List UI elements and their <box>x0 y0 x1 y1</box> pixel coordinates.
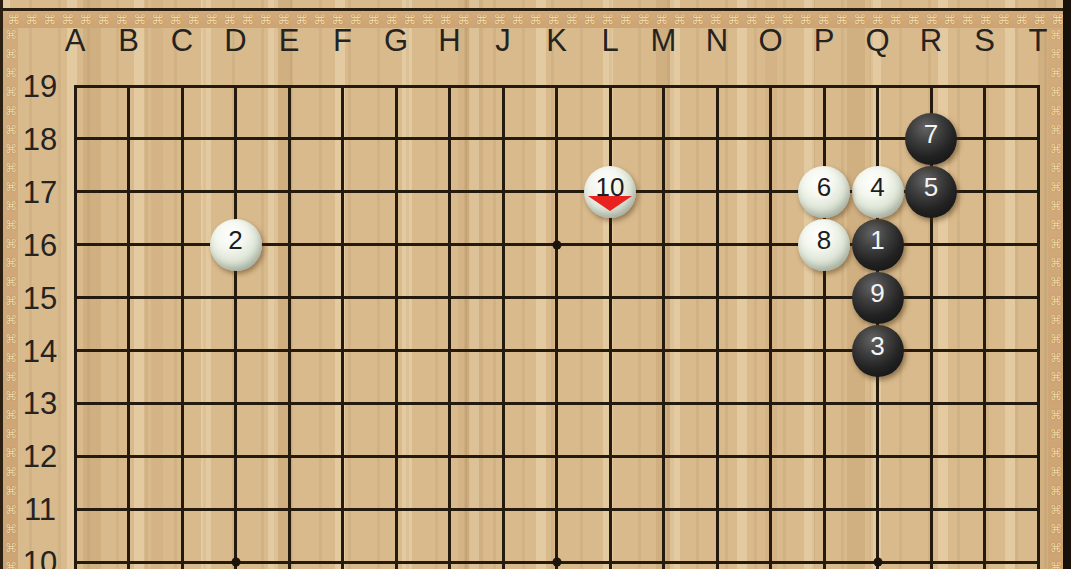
row-label-12: 12 <box>23 441 57 472</box>
grid-line-col-A <box>74 85 77 569</box>
col-label-T: T <box>1029 25 1048 56</box>
last-move-marker <box>588 196 632 211</box>
meander-border-left: ⌘⌘⌘⌘⌘⌘⌘⌘⌘⌘⌘⌘⌘⌘⌘⌘⌘⌘⌘⌘⌘⌘⌘⌘⌘⌘⌘⌘⌘⌘⌘⌘⌘⌘⌘⌘⌘⌘⌘⌘… <box>3 28 18 569</box>
board-frame-line-left <box>0 0 3 569</box>
col-label-G: G <box>384 25 408 56</box>
col-label-C: C <box>171 25 193 56</box>
stone-number: 8 <box>817 227 831 253</box>
stone-number: 2 <box>228 227 242 253</box>
grid-line-row-13 <box>74 402 1040 405</box>
col-label-H: H <box>438 25 460 56</box>
star-point-D10 <box>231 558 240 567</box>
row-label-15: 15 <box>23 282 57 313</box>
col-label-S: S <box>974 25 995 56</box>
row-label-14: 14 <box>23 335 57 366</box>
col-label-Q: Q <box>865 25 889 56</box>
col-label-M: M <box>651 25 677 56</box>
go-board[interactable]: ⌘⌘⌘⌘⌘⌘⌘⌘⌘⌘⌘⌘⌘⌘⌘⌘⌘⌘⌘⌘⌘⌘⌘⌘⌘⌘⌘⌘⌘⌘⌘⌘⌘⌘⌘⌘⌘⌘⌘⌘… <box>0 0 1071 569</box>
grid-line-row-19 <box>74 85 1040 88</box>
row-label-18: 18 <box>23 123 57 154</box>
grid-line-col-B <box>127 85 130 569</box>
row-label-16: 16 <box>23 229 57 260</box>
grid-line-col-M <box>662 85 665 569</box>
stone-black-7[interactable]: 7 <box>905 113 957 165</box>
grid-line-col-J <box>502 85 505 569</box>
col-label-N: N <box>706 25 728 56</box>
col-label-O: O <box>758 25 782 56</box>
stone-number: 9 <box>870 280 884 306</box>
grid-line-col-S <box>983 85 986 569</box>
board-frame-line-top <box>0 8 1071 11</box>
col-label-F: F <box>333 25 352 56</box>
grid-line-col-P <box>823 85 826 569</box>
grid-line-col-L <box>609 85 612 569</box>
grid-line-col-K <box>555 85 558 569</box>
stone-number: 5 <box>924 174 938 200</box>
row-label-19: 19 <box>23 71 57 102</box>
col-label-A: A <box>65 25 86 56</box>
col-label-K: K <box>546 25 567 56</box>
star-point-K10 <box>552 558 561 567</box>
grid-line-col-O <box>769 85 772 569</box>
stone-white-8[interactable]: 8 <box>798 219 850 271</box>
grid-line-col-H <box>448 85 451 569</box>
row-label-11: 11 <box>24 494 56 525</box>
grid-line-col-N <box>716 85 719 569</box>
meander-border-top: ⌘⌘⌘⌘⌘⌘⌘⌘⌘⌘⌘⌘⌘⌘⌘⌘⌘⌘⌘⌘⌘⌘⌘⌘⌘⌘⌘⌘⌘⌘⌘⌘⌘⌘⌘⌘⌘⌘⌘⌘… <box>3 11 1063 28</box>
meander-border-right: ⌘⌘⌘⌘⌘⌘⌘⌘⌘⌘⌘⌘⌘⌘⌘⌘⌘⌘⌘⌘⌘⌘⌘⌘⌘⌘⌘⌘⌘⌘⌘⌘⌘⌘⌘⌘⌘⌘⌘⌘… <box>1048 28 1063 569</box>
stone-black-5[interactable]: 5 <box>905 166 957 218</box>
stone-black-1[interactable]: 1 <box>852 219 904 271</box>
col-label-B: B <box>118 25 139 56</box>
star-point-K16 <box>552 240 561 249</box>
grid-line-row-18 <box>74 137 1040 140</box>
grid-line-col-F <box>341 85 344 569</box>
stone-number: 6 <box>817 174 831 200</box>
stone-number: 1 <box>870 227 884 253</box>
col-label-J: J <box>495 25 511 56</box>
grid-line-col-C <box>181 85 184 569</box>
stone-white-10[interactable]: 10 <box>584 166 636 218</box>
stone-white-2[interactable]: 2 <box>210 219 262 271</box>
stone-black-3[interactable]: 3 <box>852 325 904 377</box>
grid-line-row-12 <box>74 455 1040 458</box>
col-label-D: D <box>224 25 246 56</box>
grid-line-col-D <box>234 85 237 569</box>
row-label-13: 13 <box>23 388 57 419</box>
stone-black-9[interactable]: 9 <box>852 272 904 324</box>
star-point-Q10 <box>873 558 882 567</box>
col-label-R: R <box>920 25 942 56</box>
stone-white-4[interactable]: 4 <box>852 166 904 218</box>
grid-line-col-G <box>395 85 398 569</box>
grid-line-row-11 <box>74 508 1040 511</box>
grid-line-col-T <box>1037 85 1040 569</box>
col-label-E: E <box>279 25 300 56</box>
board-frame-line-right <box>1063 0 1071 569</box>
grid-line-col-E <box>288 85 291 569</box>
stone-number: 7 <box>924 121 938 147</box>
col-label-L: L <box>601 25 618 56</box>
stone-white-6[interactable]: 6 <box>798 166 850 218</box>
stone-number: 4 <box>870 174 884 200</box>
stone-number: 3 <box>870 333 884 359</box>
row-label-17: 17 <box>23 176 57 207</box>
col-label-P: P <box>814 25 835 56</box>
row-label-10: 10 <box>23 547 57 569</box>
